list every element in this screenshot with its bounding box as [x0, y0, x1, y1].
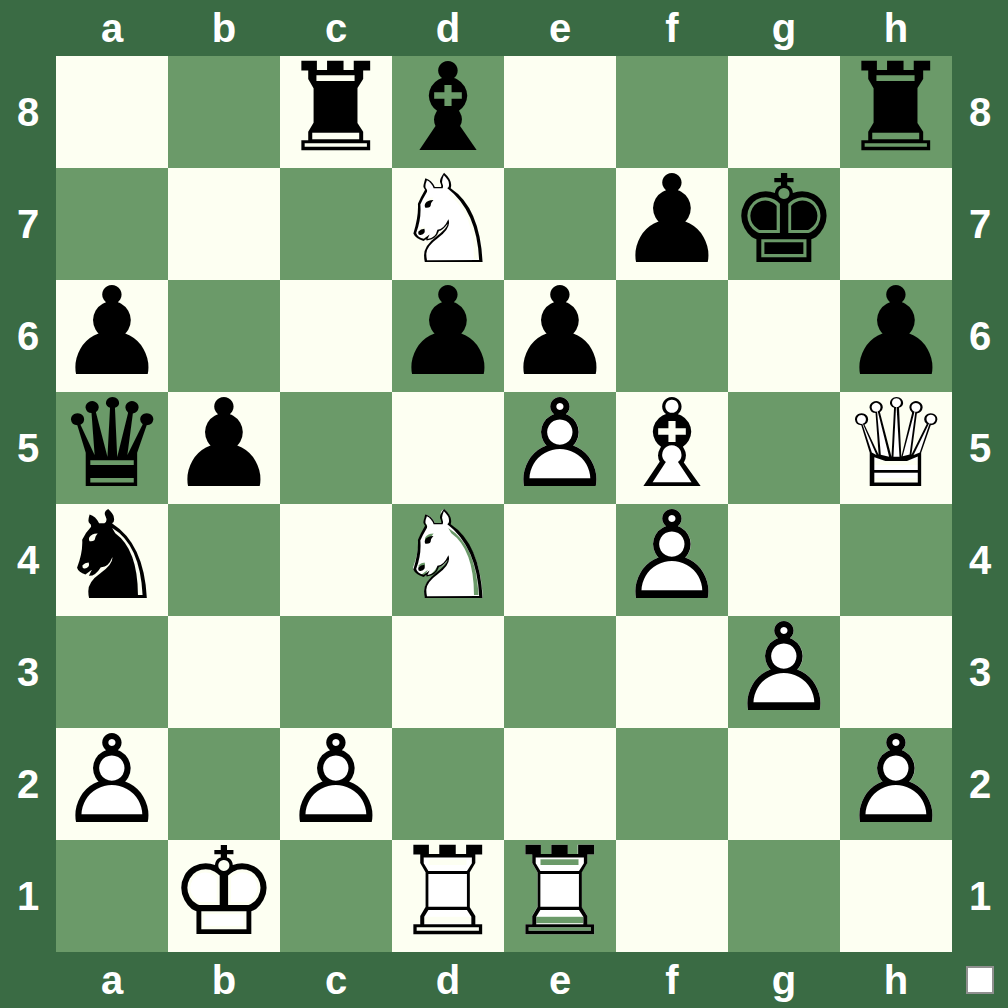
square-b4[interactable] — [168, 504, 280, 616]
square-d6[interactable]: ♟ — [392, 280, 504, 392]
rank-label-right-3: 3 — [952, 616, 1008, 728]
square-g5[interactable] — [728, 392, 840, 504]
white-pawn-outline-icon: ♙ — [504, 388, 616, 500]
white-pawn-outline-icon: ♙ — [840, 724, 952, 836]
black-knight-icon: ♞ — [56, 500, 168, 612]
square-g3[interactable]: ♟♙ — [728, 616, 840, 728]
chess-board: abcdefgh8♜♝♜87♞♘♟♚76♟♟♟♟65♛♟♟♙♝♗♛♕54♞♞♘♟… — [0, 0, 1008, 1008]
rank-label-left-6: 6 — [0, 280, 56, 392]
rank-label-left-3: 3 — [0, 616, 56, 728]
file-label-top-f: f — [616, 0, 728, 56]
square-f3[interactable] — [616, 616, 728, 728]
rank-label-right-4: 4 — [952, 504, 1008, 616]
piece-white-pawn[interactable]: ♟♙ — [840, 728, 952, 840]
rank-label-right-7: 7 — [952, 168, 1008, 280]
square-c5[interactable] — [280, 392, 392, 504]
corner-top-right — [952, 0, 1008, 56]
piece-white-pawn[interactable]: ♟♙ — [280, 728, 392, 840]
file-label-top-a: a — [56, 0, 168, 56]
rank-label-left-4: 4 — [0, 504, 56, 616]
white-pawn-outline-icon: ♙ — [728, 612, 840, 724]
white-to-move-indicator — [966, 966, 994, 994]
black-pawn-icon: ♟ — [392, 276, 504, 388]
square-c8[interactable]: ♜ — [280, 56, 392, 168]
square-e1[interactable]: ♜♖ — [504, 840, 616, 952]
square-e8[interactable] — [504, 56, 616, 168]
piece-white-queen[interactable]: ♛♕ — [840, 392, 952, 504]
square-h4[interactable] — [840, 504, 952, 616]
white-queen-outline-icon: ♕ — [840, 388, 952, 500]
piece-white-king[interactable]: ♚♔ — [168, 840, 280, 952]
black-rook-icon: ♜ — [280, 52, 392, 164]
black-queen-icon: ♛ — [56, 388, 168, 500]
white-pawn-outline-icon: ♙ — [56, 724, 168, 836]
piece-black-pawn[interactable]: ♟ — [392, 280, 504, 392]
file-label-bottom-f: f — [616, 952, 728, 1008]
rank-label-left-1: 1 — [0, 840, 56, 952]
rank-label-right-8: 8 — [952, 56, 1008, 168]
square-g1[interactable] — [728, 840, 840, 952]
rank-label-left-2: 2 — [0, 728, 56, 840]
rank-label-right-5: 5 — [952, 392, 1008, 504]
square-b8[interactable] — [168, 56, 280, 168]
black-bishop-icon: ♝ — [392, 52, 504, 164]
square-g7[interactable]: ♚ — [728, 168, 840, 280]
square-a4[interactable]: ♞ — [56, 504, 168, 616]
square-f4[interactable]: ♟♙ — [616, 504, 728, 616]
piece-black-rook[interactable]: ♜ — [840, 56, 952, 168]
rank-label-left-5: 5 — [0, 392, 56, 504]
black-pawn-icon: ♟ — [616, 164, 728, 276]
square-h8[interactable]: ♜ — [840, 56, 952, 168]
square-e3[interactable] — [504, 616, 616, 728]
file-label-top-e: e — [504, 0, 616, 56]
white-bishop-outline-icon: ♗ — [616, 388, 728, 500]
square-d3[interactable] — [392, 616, 504, 728]
black-pawn-icon: ♟ — [168, 388, 280, 500]
piece-white-rook[interactable]: ♜♖ — [504, 840, 616, 952]
square-h5[interactable]: ♛♕ — [840, 392, 952, 504]
piece-black-pawn[interactable]: ♟ — [616, 168, 728, 280]
piece-white-pawn[interactable]: ♟♙ — [616, 504, 728, 616]
square-a8[interactable] — [56, 56, 168, 168]
square-c6[interactable] — [280, 280, 392, 392]
white-rook-outline-icon: ♖ — [504, 836, 616, 948]
piece-white-pawn[interactable]: ♟♙ — [56, 728, 168, 840]
file-label-bottom-g: g — [728, 952, 840, 1008]
file-label-top-b: b — [168, 0, 280, 56]
black-pawn-icon: ♟ — [56, 276, 168, 388]
square-f7[interactable]: ♟ — [616, 168, 728, 280]
black-pawn-icon: ♟ — [840, 276, 952, 388]
piece-black-knight[interactable]: ♞ — [56, 504, 168, 616]
white-king-outline-icon: ♔ — [168, 836, 280, 948]
white-rook-outline-icon: ♖ — [392, 836, 504, 948]
white-pawn-outline-icon: ♙ — [616, 500, 728, 612]
square-b7[interactable] — [168, 168, 280, 280]
square-b3[interactable] — [168, 616, 280, 728]
corner-top-left — [0, 0, 56, 56]
square-b1[interactable]: ♚♔ — [168, 840, 280, 952]
rank-label-right-6: 6 — [952, 280, 1008, 392]
square-b5[interactable]: ♟ — [168, 392, 280, 504]
corner-bottom-right — [952, 952, 1008, 1008]
piece-black-king[interactable]: ♚ — [728, 168, 840, 280]
white-pawn-outline-icon: ♙ — [280, 724, 392, 836]
rank-label-left-7: 7 — [0, 168, 56, 280]
piece-black-pawn[interactable]: ♟ — [168, 392, 280, 504]
square-f1[interactable] — [616, 840, 728, 952]
square-d4[interactable]: ♞♘ — [392, 504, 504, 616]
square-c4[interactable] — [280, 504, 392, 616]
piece-white-knight[interactable]: ♞♘ — [392, 504, 504, 616]
square-c1[interactable] — [280, 840, 392, 952]
piece-white-rook[interactable]: ♜♖ — [392, 840, 504, 952]
square-c7[interactable] — [280, 168, 392, 280]
white-knight-outline-icon: ♘ — [392, 500, 504, 612]
square-h1[interactable] — [840, 840, 952, 952]
file-label-top-g: g — [728, 0, 840, 56]
black-pawn-icon: ♟ — [504, 276, 616, 388]
square-d1[interactable]: ♜♖ — [392, 840, 504, 952]
piece-white-pawn[interactable]: ♟♙ — [504, 392, 616, 504]
square-h2[interactable]: ♟♙ — [840, 728, 952, 840]
black-rook-icon: ♜ — [840, 52, 952, 164]
piece-black-rook[interactable]: ♜ — [280, 56, 392, 168]
square-e4[interactable] — [504, 504, 616, 616]
square-a1[interactable] — [56, 840, 168, 952]
rank-label-right-2: 2 — [952, 728, 1008, 840]
black-king-icon: ♚ — [728, 164, 840, 276]
rank-label-right-1: 1 — [952, 840, 1008, 952]
piece-white-pawn[interactable]: ♟♙ — [728, 616, 840, 728]
square-g2[interactable] — [728, 728, 840, 840]
file-label-bottom-h: h — [840, 952, 952, 1008]
square-f2[interactable] — [616, 728, 728, 840]
rank-label-left-8: 8 — [0, 56, 56, 168]
corner-bottom-left — [0, 952, 56, 1008]
square-e5[interactable]: ♟♙ — [504, 392, 616, 504]
square-c2[interactable]: ♟♙ — [280, 728, 392, 840]
file-label-bottom-c: c — [280, 952, 392, 1008]
file-label-bottom-a: a — [56, 952, 168, 1008]
white-knight-outline-icon: ♘ — [392, 164, 504, 276]
square-a2[interactable]: ♟♙ — [56, 728, 168, 840]
square-g6[interactable] — [728, 280, 840, 392]
